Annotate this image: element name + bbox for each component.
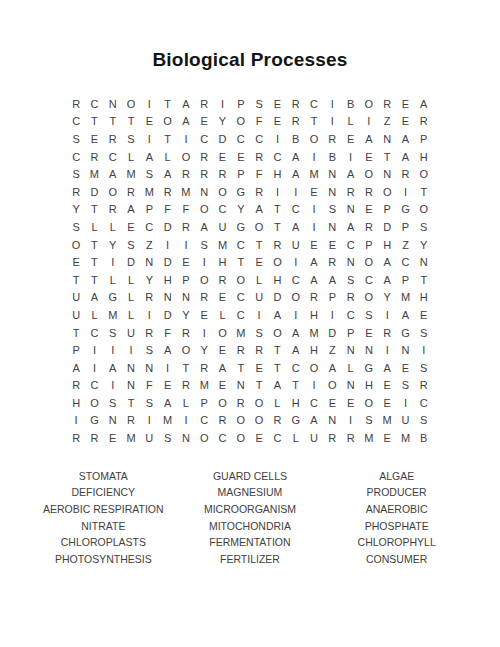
grid-cell-r9c8: S [195, 236, 213, 254]
grid-cell-r15c13: A [287, 341, 305, 359]
grid-cell-r1c1: R [67, 95, 85, 113]
grid-cell-r12c9: E [213, 289, 231, 307]
grid-cell-r17c20: R [415, 377, 433, 395]
page-title: Biological Processes [0, 48, 500, 72]
grid-cell-r11c6: H [158, 271, 176, 289]
grid-cell-r11c14: A [305, 271, 323, 289]
grid-cell-r13c20: E [415, 306, 433, 324]
word-list-item: GUARD CELLS [177, 468, 324, 485]
grid-cell-r2c1: C [67, 113, 85, 131]
grid-cell-r20c15: R [323, 429, 341, 447]
grid-cell-r16c6: I [158, 359, 176, 377]
grid-cell-r5c16: A [341, 165, 359, 183]
grid-cell-r13c4: L [122, 306, 140, 324]
word-list-item: MAGNESIUM [177, 484, 324, 501]
grid-cell-r6c16: R [341, 183, 359, 201]
grid-cell-r4c17: E [360, 148, 378, 166]
grid-cell-r4c5: A [140, 148, 158, 166]
grid-cell-r14c2: C [85, 324, 103, 342]
grid-cell-r8c20: S [415, 218, 433, 236]
grid-cell-r18c20: C [415, 394, 433, 412]
grid-cell-r2c18: Z [378, 113, 396, 131]
grid-cell-r9c17: P [360, 236, 378, 254]
grid-cell-r2c12: E [268, 113, 286, 131]
grid-cell-r4c3: C [104, 148, 122, 166]
grid-cell-r4c16: I [341, 148, 359, 166]
grid-cell-r8c2: L [85, 218, 103, 236]
grid-cell-r3c1: S [67, 130, 85, 148]
grid-cell-r7c15: S [323, 201, 341, 219]
grid-cell-r3c17: A [360, 130, 378, 148]
grid-cell-r20c4: M [122, 429, 140, 447]
grid-cell-r1c9: I [213, 95, 231, 113]
grid-cell-r10c16: N [341, 253, 359, 271]
grid-cell-r16c19: E [396, 359, 414, 377]
grid-cell-r15c11: R [250, 341, 268, 359]
grid-cell-r18c3: S [104, 394, 122, 412]
grid-cell-r19c16: I [341, 412, 359, 430]
grid-cell-r14c8: I [195, 324, 213, 342]
grid-cell-r5c6: A [158, 165, 176, 183]
grid-cell-r12c3: G [104, 289, 122, 307]
grid-cell-r14c18: R [378, 324, 396, 342]
grid-cell-r2c3: T [104, 113, 122, 131]
grid-cell-r4c1: C [67, 148, 85, 166]
grid-cell-r19c5: I [140, 412, 158, 430]
grid-cell-r9c19: Z [396, 236, 414, 254]
grid-cell-r4c18: T [378, 148, 396, 166]
grid-cell-r13c13: I [287, 306, 305, 324]
grid-cell-r18c2: O [85, 394, 103, 412]
word-list-item: AEROBIC RESPIRATION [30, 501, 177, 518]
grid-cell-r14c5: R [140, 324, 158, 342]
grid-cell-r2c6: O [158, 113, 176, 131]
grid-cell-r15c17: N [360, 341, 378, 359]
grid-cell-r10c10: T [232, 253, 250, 271]
grid-cell-r17c9: E [213, 377, 231, 395]
word-list-item: MICROORGANISM [177, 501, 324, 518]
grid-cell-r12c14: R [305, 289, 323, 307]
grid-cell-r1c2: C [85, 95, 103, 113]
grid-cell-r8c1: S [67, 218, 85, 236]
grid-cell-r7c4: A [122, 201, 140, 219]
grid-cell-r17c2: C [85, 377, 103, 395]
grid-cell-r15c18: I [378, 341, 396, 359]
grid-cell-r16c9: A [213, 359, 231, 377]
grid-cell-r13c8: E [195, 306, 213, 324]
grid-cell-r15c8: Y [195, 341, 213, 359]
word-list-column-1: STOMATADEFICIENCYAEROBIC RESPIRATIONNITR… [30, 468, 177, 568]
grid-cell-r14c13: A [287, 324, 305, 342]
grid-cell-r17c1: R [67, 377, 85, 395]
grid-cell-r16c13: C [287, 359, 305, 377]
grid-cell-r16c18: A [378, 359, 396, 377]
word-list-item: ALGAE [323, 468, 470, 485]
grid-cell-r5c4: M [122, 165, 140, 183]
grid-cell-r14c11: S [250, 324, 268, 342]
grid-cell-r4c15: B [323, 148, 341, 166]
grid-cell-r3c13: B [287, 130, 305, 148]
grid-cell-r11c4: L [122, 271, 140, 289]
grid-cell-r20c10: O [232, 429, 250, 447]
grid-cell-r16c14: O [305, 359, 323, 377]
grid-cell-r20c20: B [415, 429, 433, 447]
grid-cell-r2c11: F [250, 113, 268, 131]
grid-cell-r1c12: E [268, 95, 286, 113]
word-list-item: STOMATA [30, 468, 177, 485]
grid-cell-r4c7: O [177, 148, 195, 166]
grid-cell-r3c9: D [213, 130, 231, 148]
grid-cell-r13c9: L [213, 306, 231, 324]
grid-cell-r8c18: D [378, 218, 396, 236]
grid-cell-r10c6: D [158, 253, 176, 271]
grid-cell-r7c8: O [195, 201, 213, 219]
grid-cell-r15c1: P [67, 341, 85, 359]
grid-cell-r18c5: S [140, 394, 158, 412]
grid-cell-r6c19: I [396, 183, 414, 201]
grid-cell-r14c12: O [268, 324, 286, 342]
grid-cell-r12c13: O [287, 289, 305, 307]
grid-cell-r20c7: N [177, 429, 195, 447]
grid-cell-r10c5: N [140, 253, 158, 271]
grid-cell-r16c12: T [268, 359, 286, 377]
grid-cell-r18c11: O [250, 394, 268, 412]
word-list-item: CHLOROPHYLL [323, 534, 470, 551]
grid-cell-r12c2: A [85, 289, 103, 307]
grid-cell-r9c15: E [323, 236, 341, 254]
grid-cell-r13c6: D [158, 306, 176, 324]
word-list-item: NITRATE [30, 518, 177, 535]
grid-cell-r4c11: R [250, 148, 268, 166]
grid-cell-r11c2: T [85, 271, 103, 289]
grid-cell-r11c8: O [195, 271, 213, 289]
grid-cell-r12c17: O [360, 289, 378, 307]
grid-cell-r14c17: E [360, 324, 378, 342]
grid-cell-r15c4: I [122, 341, 140, 359]
grid-cell-r11c11: L [250, 271, 268, 289]
grid-cell-r3c3: R [104, 130, 122, 148]
grid-cell-r11c5: Y [140, 271, 158, 289]
grid-cell-r13c11: I [250, 306, 268, 324]
grid-cell-r16c10: T [232, 359, 250, 377]
grid-cell-r10c17: O [360, 253, 378, 271]
grid-cell-r4c20: H [415, 148, 433, 166]
grid-cell-r16c11: E [250, 359, 268, 377]
grid-cell-r6c9: O [213, 183, 231, 201]
word-list-item: FERTILIZER [177, 551, 324, 568]
grid-cell-r16c3: A [104, 359, 122, 377]
grid-cell-r8c4: E [122, 218, 140, 236]
grid-cell-r1c6: T [158, 95, 176, 113]
grid-cell-r15c19: N [396, 341, 414, 359]
grid-cell-r13c14: H [305, 306, 323, 324]
grid-cell-r14c4: U [122, 324, 140, 342]
grid-cell-r18c14: C [305, 394, 323, 412]
grid-cell-r1c13: R [287, 95, 305, 113]
grid-cell-r6c18: O [378, 183, 396, 201]
grid-cell-r8c16: A [341, 218, 359, 236]
grid-cell-r17c14: I [305, 377, 323, 395]
grid-cell-r7c9: C [213, 201, 231, 219]
grid-cell-r10c4: D [122, 253, 140, 271]
grid-cell-r1c10: P [232, 95, 250, 113]
grid-cell-r15c7: O [177, 341, 195, 359]
grid-cell-r13c3: M [104, 306, 122, 324]
grid-cell-r13c5: I [140, 306, 158, 324]
grid-cell-r10c13: I [287, 253, 305, 271]
grid-cell-r1c7: A [177, 95, 195, 113]
grid-cell-r6c6: R [158, 183, 176, 201]
grid-cell-r19c15: N [323, 412, 341, 430]
grid-cell-r6c8: N [195, 183, 213, 201]
grid-cell-r3c11: C [250, 130, 268, 148]
grid-cell-r1c14: C [305, 95, 323, 113]
grid-cell-r14c20: S [415, 324, 433, 342]
word-list-item: CHLOROPLASTS [30, 534, 177, 551]
grid-cell-r10c11: E [250, 253, 268, 271]
grid-cell-r2c5: E [140, 113, 158, 131]
grid-cell-r12c18: Y [378, 289, 396, 307]
grid-cell-r17c18: E [378, 377, 396, 395]
grid-cell-r11c7: P [177, 271, 195, 289]
grid-cell-r3c12: I [268, 130, 286, 148]
word-list-item: MITOCHONDRIA [177, 518, 324, 535]
grid-cell-r7c7: F [177, 201, 195, 219]
grid-cell-r8c17: R [360, 218, 378, 236]
grid-cell-r13c15: I [323, 306, 341, 324]
grid-cell-r2c2: T [85, 113, 103, 131]
grid-cell-r6c1: R [67, 183, 85, 201]
grid-cell-r7c2: T [85, 201, 103, 219]
grid-cell-r17c5: F [140, 377, 158, 395]
grid-cell-r10c2: T [85, 253, 103, 271]
grid-cell-r12c10: C [232, 289, 250, 307]
grid-cell-r18c18: E [378, 394, 396, 412]
grid-cell-r6c14: E [305, 183, 323, 201]
grid-cell-r1c18: R [378, 95, 396, 113]
grid-cell-r9c3: Y [104, 236, 122, 254]
grid-cell-r15c14: H [305, 341, 323, 359]
grid-cell-r11c20: T [415, 271, 433, 289]
grid-cell-r5c20: O [415, 165, 433, 183]
grid-cell-r5c18: N [378, 165, 396, 183]
grid-cell-r20c8: O [195, 429, 213, 447]
grid-cell-r19c6: M [158, 412, 176, 430]
grid-cell-r16c8: R [195, 359, 213, 377]
grid-cell-r1c8: R [195, 95, 213, 113]
grid-cell-r12c16: R [341, 289, 359, 307]
grid-cell-r1c11: S [250, 95, 268, 113]
grid-cell-r5c13: A [287, 165, 305, 183]
grid-cell-r10c3: I [104, 253, 122, 271]
grid-cell-r17c16: N [341, 377, 359, 395]
grid-cell-r19c18: M [378, 412, 396, 430]
grid-cell-r20c2: R [85, 429, 103, 447]
grid-cell-r8c3: L [104, 218, 122, 236]
grid-cell-r5c2: M [85, 165, 103, 183]
grid-cell-r16c2: I [85, 359, 103, 377]
grid-cell-r20c9: C [213, 429, 231, 447]
grid-cell-r11c13: C [287, 271, 305, 289]
grid-cell-r12c5: R [140, 289, 158, 307]
grid-cell-r5c11: F [250, 165, 268, 183]
grid-cell-r12c6: N [158, 289, 176, 307]
grid-cell-r19c7: I [177, 412, 195, 430]
grid-cell-r6c11: R [250, 183, 268, 201]
grid-cell-r13c10: C [232, 306, 250, 324]
grid-cell-r9c20: Y [415, 236, 433, 254]
grid-cell-r9c4: S [122, 236, 140, 254]
grid-cell-r15c6: A [158, 341, 176, 359]
grid-cell-r5c3: A [104, 165, 122, 183]
grid-cell-r12c4: L [122, 289, 140, 307]
grid-cell-r18c15: E [323, 394, 341, 412]
grid-cell-r16c1: A [67, 359, 85, 377]
grid-cell-r17c3: I [104, 377, 122, 395]
grid-cell-r16c7: T [177, 359, 195, 377]
grid-cell-r14c6: F [158, 324, 176, 342]
grid-cell-r7c20: O [415, 201, 433, 219]
grid-cell-r10c15: R [323, 253, 341, 271]
word-list-item: DEFICIENCY [30, 484, 177, 501]
grid-cell-r4c8: R [195, 148, 213, 166]
grid-cell-r7c13: C [287, 201, 305, 219]
grid-cell-r7c1: Y [67, 201, 85, 219]
grid-cell-r4c6: L [158, 148, 176, 166]
grid-cell-r7c17: E [360, 201, 378, 219]
grid-cell-r6c10: G [232, 183, 250, 201]
grid-cell-r17c11: T [250, 377, 268, 395]
grid-cell-r2c7: A [177, 113, 195, 131]
grid-cell-r5c1: S [67, 165, 85, 183]
grid-cell-r1c4: O [122, 95, 140, 113]
grid-cell-r7c19: G [396, 201, 414, 219]
grid-cell-r17c6: E [158, 377, 176, 395]
grid-cell-r18c1: H [67, 394, 85, 412]
grid-cell-r20c13: L [287, 429, 305, 447]
grid-cell-r14c1: T [67, 324, 85, 342]
grid-cell-r18c17: O [360, 394, 378, 412]
grid-cell-r8c12: T [268, 218, 286, 236]
grid-cell-r10c12: O [268, 253, 286, 271]
grid-cell-r17c19: S [396, 377, 414, 395]
grid-cell-r10c8: I [195, 253, 213, 271]
grid-cell-r2c17: I [360, 113, 378, 131]
grid-cell-r10c14: A [305, 253, 323, 271]
grid-cell-r13c7: Y [177, 306, 195, 324]
grid-cell-r10c9: H [213, 253, 231, 271]
grid-cell-r16c20: S [415, 359, 433, 377]
grid-cell-r16c15: A [323, 359, 341, 377]
grid-cell-r1c3: N [104, 95, 122, 113]
grid-cell-r15c3: I [104, 341, 122, 359]
grid-cell-r19c4: R [122, 412, 140, 430]
grid-cell-r5c10: P [232, 165, 250, 183]
grid-cell-r4c4: L [122, 148, 140, 166]
grid-cell-r12c7: N [177, 289, 195, 307]
grid-cell-r19c1: I [67, 412, 85, 430]
grid-cell-r14c16: P [341, 324, 359, 342]
grid-cell-r9c6: I [158, 236, 176, 254]
word-list-item: PHOSPHATE [323, 518, 470, 535]
grid-cell-r17c13: T [287, 377, 305, 395]
grid-cell-r9c12: R [268, 236, 286, 254]
grid-cell-r6c17: R [360, 183, 378, 201]
grid-cell-r1c20: A [415, 95, 433, 113]
grid-cell-r9c13: U [287, 236, 305, 254]
grid-cell-r9c11: T [250, 236, 268, 254]
grid-cell-r5c14: M [305, 165, 323, 183]
grid-cell-r19c2: G [85, 412, 103, 430]
grid-cell-r14c14: M [305, 324, 323, 342]
grid-cell-r8c13: A [287, 218, 305, 236]
grid-cell-r5c17: O [360, 165, 378, 183]
grid-cell-r20c11: E [250, 429, 268, 447]
grid-cell-r15c20: I [415, 341, 433, 359]
grid-cell-r9c16: C [341, 236, 359, 254]
grid-cell-r1c17: O [360, 95, 378, 113]
grid-cell-r15c15: Z [323, 341, 341, 359]
grid-cell-r3c16: E [341, 130, 359, 148]
word-list-item: CONSUMER [323, 551, 470, 568]
grid-cell-r7c3: R [104, 201, 122, 219]
grid-cell-r1c16: B [341, 95, 359, 113]
grid-cell-r11c15: A [323, 271, 341, 289]
grid-cell-r2c8: E [195, 113, 213, 131]
grid-cell-r6c7: M [177, 183, 195, 201]
grid-cell-r2c14: T [305, 113, 323, 131]
grid-cell-r12c15: P [323, 289, 341, 307]
grid-cell-r19c11: O [250, 412, 268, 430]
grid-cell-r15c12: T [268, 341, 286, 359]
grid-cell-r12c20: H [415, 289, 433, 307]
grid-cell-r11c10: O [232, 271, 250, 289]
grid-cell-r3c14: O [305, 130, 323, 148]
grid-cell-r9c14: E [305, 236, 323, 254]
grid-cell-r8c7: R [177, 218, 195, 236]
grid-cell-r8c9: U [213, 218, 231, 236]
grid-cell-r20c18: E [378, 429, 396, 447]
word-search-grid: RCNOITARIPSERCIBOREACTTTEOAEYOFERTILIZER… [67, 95, 433, 447]
word-list: STOMATADEFICIENCYAEROBIC RESPIRATIONNITR… [30, 468, 470, 568]
grid-cell-r19c20: S [415, 412, 433, 430]
grid-cell-r2c9: Y [213, 113, 231, 131]
grid-cell-r16c16: L [341, 359, 359, 377]
grid-cell-r7c16: N [341, 201, 359, 219]
grid-cell-r4c2: R [85, 148, 103, 166]
grid-cell-r2c10: O [232, 113, 250, 131]
grid-cell-r5c7: R [177, 165, 195, 183]
grid-cell-r12c19: M [396, 289, 414, 307]
word-list-item: PRODUCER [323, 484, 470, 501]
grid-cell-r14c19: G [396, 324, 414, 342]
grid-cell-r4c12: C [268, 148, 286, 166]
grid-cell-r3c2: E [85, 130, 103, 148]
grid-cell-r8c19: P [396, 218, 414, 236]
grid-cell-r19c12: R [268, 412, 286, 430]
grid-cell-r11c1: T [67, 271, 85, 289]
grid-cell-r17c8: M [195, 377, 213, 395]
grid-cell-r20c16: R [341, 429, 359, 447]
grid-cell-r3c4: S [122, 130, 140, 148]
grid-cell-r7c11: A [250, 201, 268, 219]
grid-cell-r3c6: T [158, 130, 176, 148]
grid-cell-r1c19: E [396, 95, 414, 113]
grid-cell-r18c9: O [213, 394, 231, 412]
grid-cell-r15c2: I [85, 341, 103, 359]
grid-cell-r17c15: O [323, 377, 341, 395]
grid-cell-r13c1: U [67, 306, 85, 324]
